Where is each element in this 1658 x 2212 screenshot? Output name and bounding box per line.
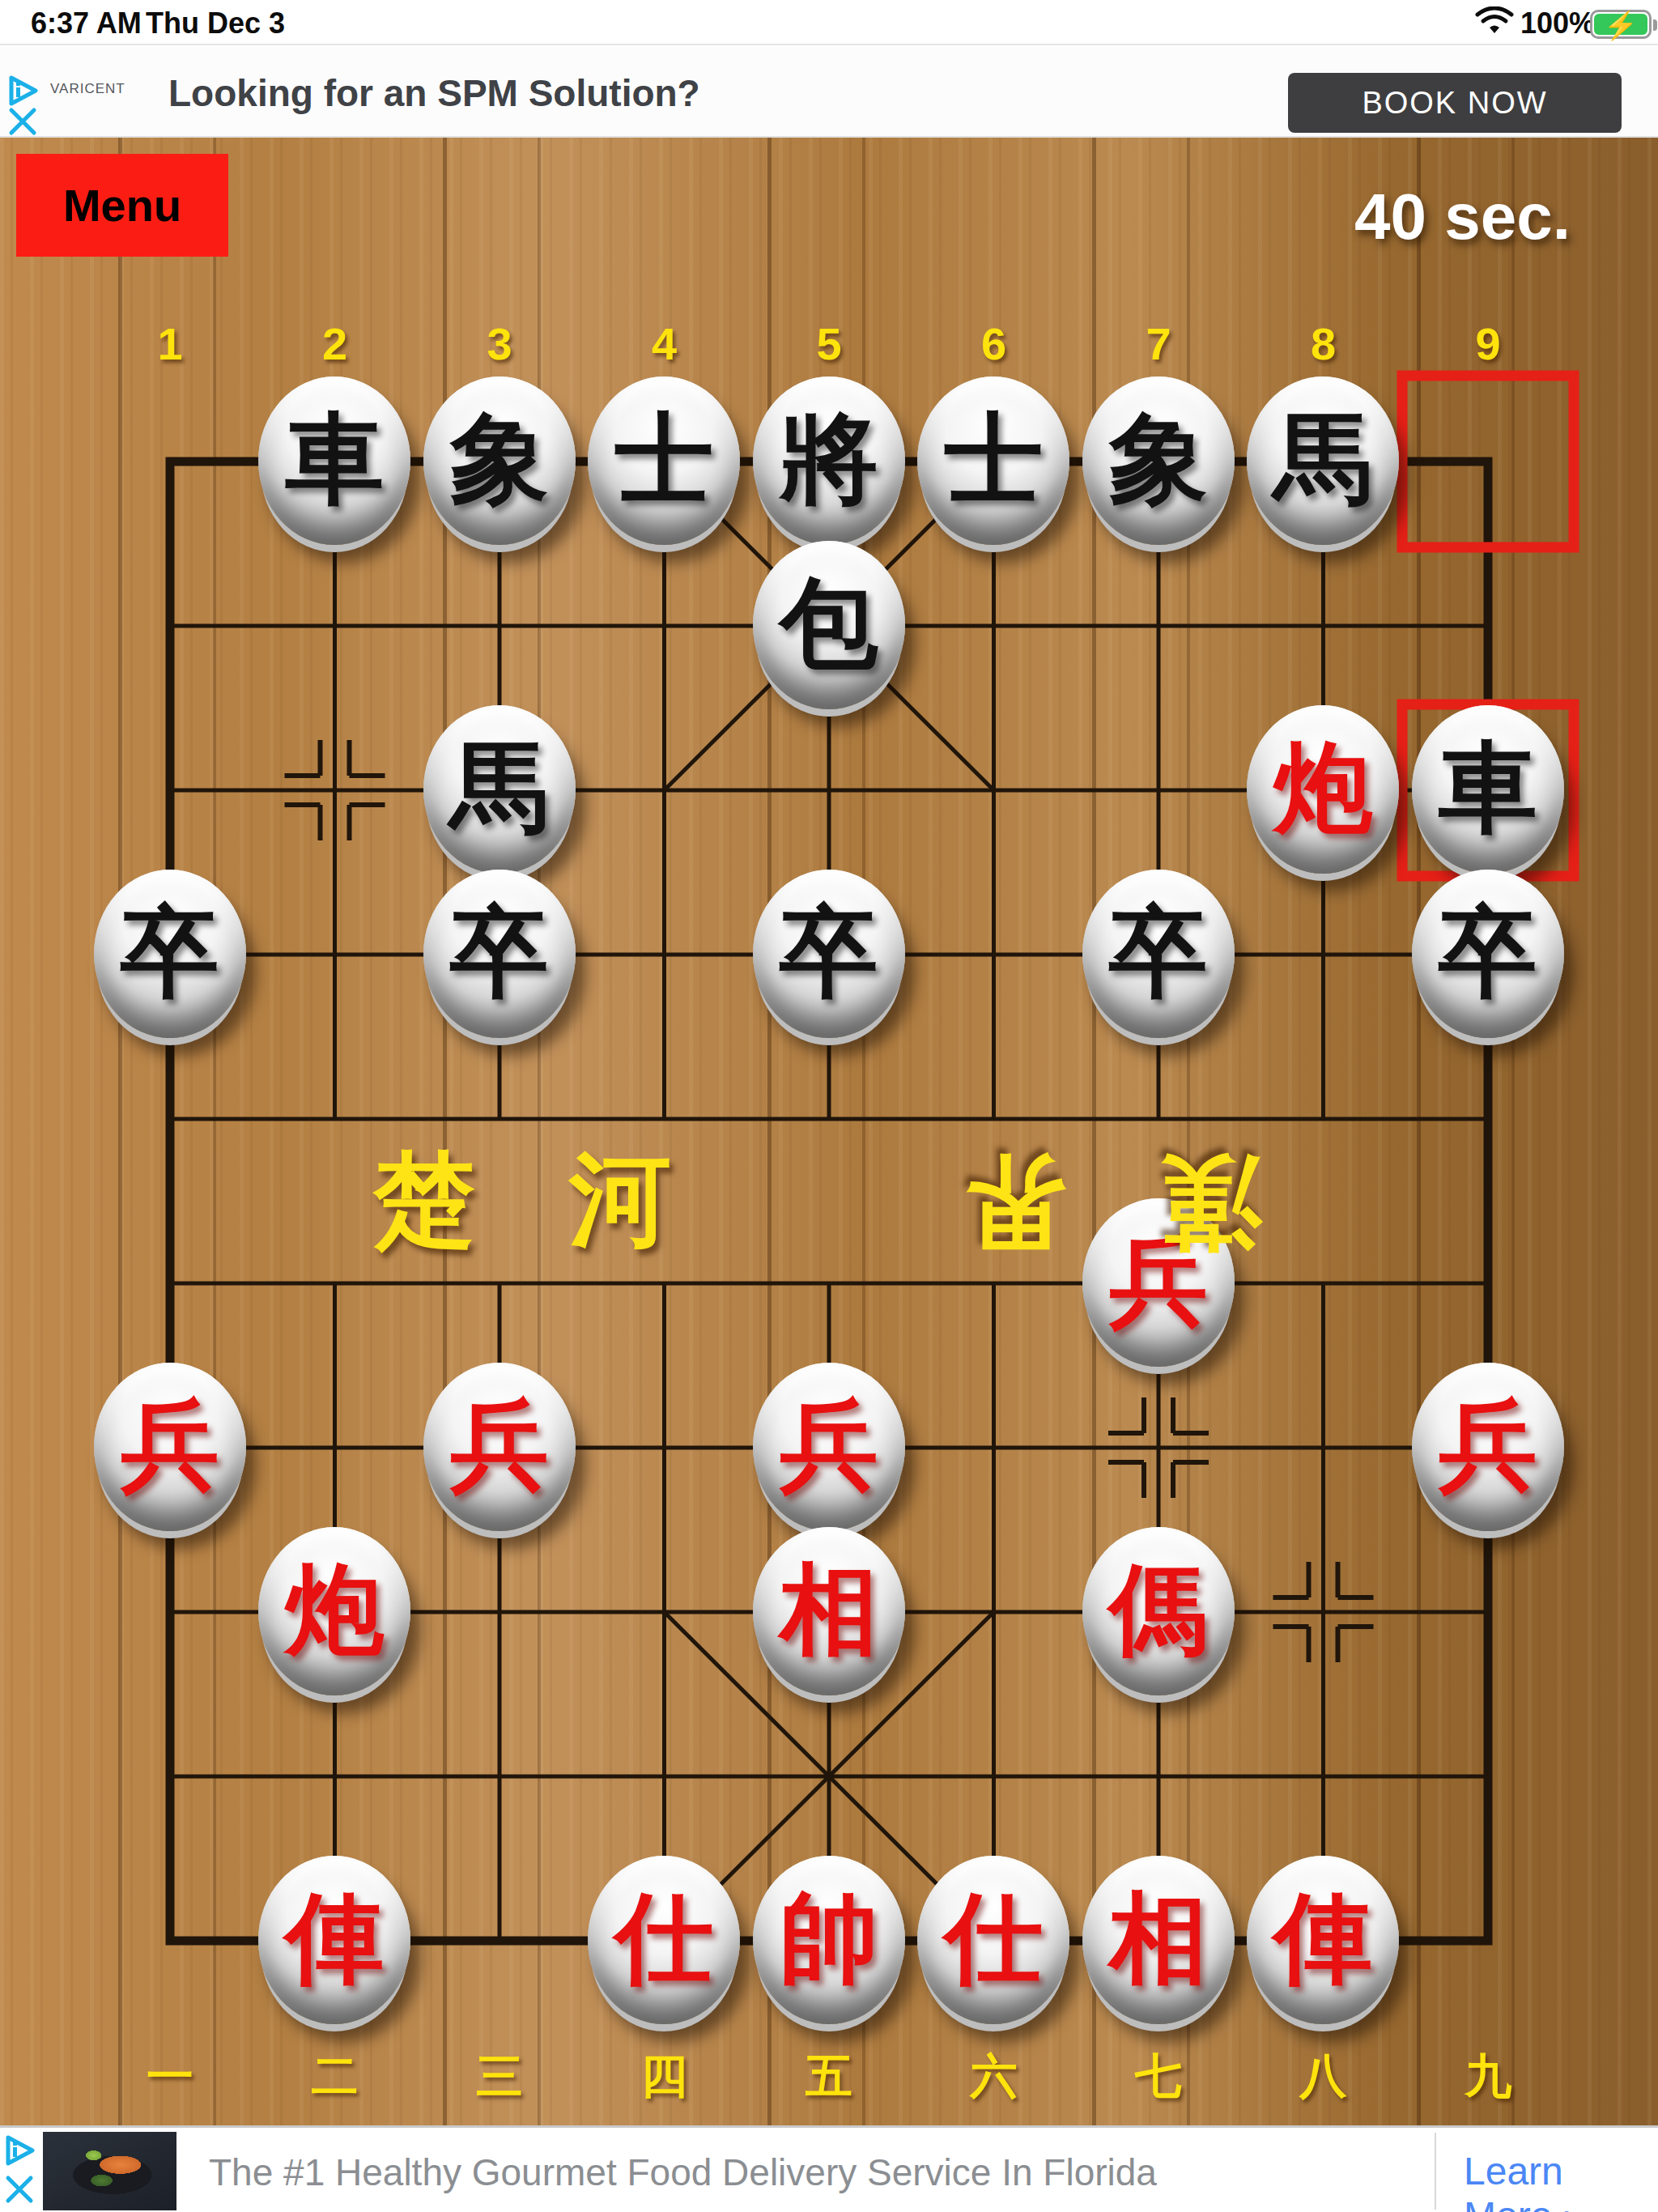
ad-food-photo[interactable]	[43, 2132, 176, 2210]
piece-black-general[interactable]: 將	[753, 376, 905, 545]
piece-red-cannon[interactable]: 炮	[1247, 705, 1399, 874]
top-ad-banner: VARICENT Looking for an SPM Solution? BO…	[0, 47, 1658, 138]
piece-black-rook[interactable]: 車	[258, 376, 410, 545]
river-label-han-jie: 漢 界	[964, 1133, 1262, 1270]
piece-red-general[interactable]: 帥	[753, 1856, 905, 2024]
piece-red-rook[interactable]: 俥	[258, 1856, 410, 2024]
file-label-top-2: 2	[322, 317, 347, 370]
ad-headline[interactable]: Looking for an SPM Solution?	[168, 71, 700, 115]
file-label-bottom-7: 七	[1135, 2045, 1182, 2108]
piece-red-advisor[interactable]: 仕	[917, 1856, 1069, 2024]
piece-red-elephant[interactable]: 相	[753, 1527, 905, 1695]
piece-red-advisor[interactable]: 仕	[588, 1856, 740, 2024]
status-date: Thu Dec 3	[146, 6, 285, 40]
file-label-bottom-6: 六	[971, 2045, 1018, 2108]
wifi-icon	[1475, 6, 1514, 37]
file-label-bottom-4: 四	[641, 2045, 688, 2108]
status-time: 6:37 AM	[31, 6, 142, 40]
adchoices-icon[interactable]	[3, 2134, 39, 2167]
battery-charging-icon: ⚡	[1590, 10, 1652, 39]
close-ad-icon[interactable]	[5, 2175, 34, 2204]
piece-black-soldier[interactable]: 卒	[1082, 870, 1235, 1038]
learn-more-link[interactable]: Learn More ›	[1464, 2149, 1658, 2212]
piece-red-soldier[interactable]: 兵	[423, 1363, 576, 1531]
file-label-bottom-9: 九	[1465, 2045, 1511, 2108]
piece-black-soldier[interactable]: 卒	[94, 870, 246, 1038]
file-label-bottom-2: 二	[312, 2045, 359, 2108]
xiangqi-board[interactable]: 車象士將士象馬包馬炮車卒卒卒卒卒兵兵兵兵兵炮相傌俥仕帥仕相俥	[87, 378, 1571, 2022]
divider	[1435, 2133, 1436, 2210]
piece-black-cannon[interactable]: 包	[753, 541, 905, 709]
piece-black-horse[interactable]: 馬	[423, 705, 576, 874]
file-label-bottom-5: 五	[806, 2045, 852, 2108]
book-now-button[interactable]: BOOK NOW	[1288, 73, 1622, 133]
chevron-right-icon: ›	[1563, 2194, 1576, 2212]
file-label-bottom-8: 八	[1300, 2045, 1347, 2108]
piece-red-cannon[interactable]: 炮	[258, 1527, 410, 1695]
piece-black-advisor[interactable]: 士	[588, 376, 740, 545]
piece-red-elephant[interactable]: 相	[1082, 1856, 1235, 2024]
river-label-chu-he: 楚 河	[373, 1133, 671, 1270]
menu-button[interactable]: Menu	[16, 154, 228, 257]
piece-red-soldier[interactable]: 兵	[753, 1363, 905, 1531]
file-label-bottom-1: 一	[147, 2045, 193, 2108]
piece-black-soldier[interactable]: 卒	[753, 870, 905, 1038]
bottom-ad-banner: The #1 Healthy Gourmet Food Delivery Ser…	[0, 2125, 1658, 2212]
file-label-top-4: 4	[652, 317, 677, 370]
battery-percent: 100%	[1520, 6, 1595, 40]
file-label-top-3: 3	[487, 317, 512, 370]
piece-black-soldier[interactable]: 卒	[1412, 870, 1564, 1038]
piece-red-rook[interactable]: 俥	[1247, 1856, 1399, 2024]
piece-black-soldier[interactable]: 卒	[423, 870, 576, 1038]
piece-black-rook[interactable]: 車	[1412, 705, 1564, 874]
file-label-top-1: 1	[157, 317, 182, 370]
close-ad-icon[interactable]	[8, 107, 37, 136]
ad-headline[interactable]: The #1 Healthy Gourmet Food Delivery Ser…	[209, 2150, 1157, 2194]
move-timer: 40 sec.	[1328, 180, 1571, 254]
piece-black-advisor[interactable]: 士	[917, 376, 1069, 545]
piece-black-horse[interactable]: 馬	[1247, 376, 1399, 545]
adchoices-icon[interactable]	[6, 74, 42, 107]
advertiser-logo: VARICENT	[50, 81, 125, 97]
battery-tip	[1653, 19, 1657, 31]
file-label-top-9: 9	[1475, 317, 1500, 370]
piece-black-elephant[interactable]: 象	[423, 376, 576, 545]
piece-red-soldier[interactable]: 兵	[1412, 1363, 1564, 1531]
file-label-top-5: 5	[816, 317, 841, 370]
file-label-top-8: 8	[1311, 317, 1336, 370]
status-bar: 6:37 AM Thu Dec 3 100% ⚡	[0, 0, 1658, 45]
file-label-bottom-3: 三	[476, 2045, 523, 2108]
file-label-top-6: 6	[981, 317, 1006, 370]
piece-red-soldier[interactable]: 兵	[94, 1363, 246, 1531]
file-label-top-7: 7	[1146, 317, 1171, 370]
piece-black-elephant[interactable]: 象	[1082, 376, 1235, 545]
piece-red-horse[interactable]: 傌	[1082, 1527, 1235, 1695]
